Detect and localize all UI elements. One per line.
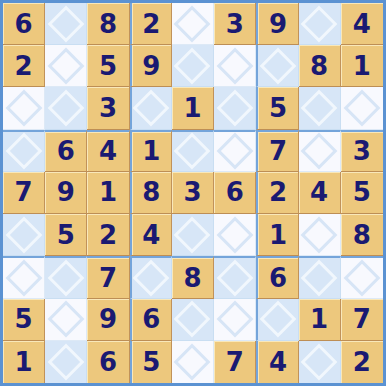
cell-r3c7: 5 [256,87,298,129]
diamond-icon [174,216,211,253]
cell-r6c4: 4 [130,214,172,256]
cell-r1c8[interactable] [299,3,341,45]
diamond-icon [216,133,253,170]
cell-r1c6: 3 [214,3,256,45]
cell-r5c8: 4 [299,172,341,214]
cell-r5c3: 1 [87,172,129,214]
cell-r6c6[interactable] [214,214,256,256]
cell-r7c9[interactable] [341,256,383,298]
diamond-icon [260,301,297,338]
cell-r8c9: 7 [341,299,383,341]
cell-r8c7[interactable] [256,299,298,341]
cell-r3c1[interactable] [3,87,45,129]
cell-r2c9: 1 [341,45,383,87]
diamond-icon [174,343,211,380]
cell-r1c1: 6 [3,3,45,45]
cell-r6c7: 1 [256,214,298,256]
cell-r4c3: 4 [87,130,129,172]
cell-r6c2: 5 [45,214,87,256]
cell-r8c4: 6 [130,299,172,341]
diamond-icon [301,216,338,253]
cell-r6c8[interactable] [299,214,341,256]
cell-r2c3: 5 [87,45,129,87]
cell-r3c3: 3 [87,87,129,129]
diamond-icon [47,260,84,297]
diamond-icon [260,47,297,84]
cell-r1c2[interactable] [45,3,87,45]
cell-r3c2[interactable] [45,87,87,129]
cell-r2c7[interactable] [256,45,298,87]
diamond-icon [343,90,380,127]
diamond-icon [174,47,211,84]
cell-r9c8[interactable] [299,341,341,383]
cell-r6c9: 8 [341,214,383,256]
cell-r3c9[interactable] [341,87,383,129]
diamond-icon [47,5,84,42]
cell-r8c2[interactable] [45,299,87,341]
diamond-icon [5,260,42,297]
cell-r8c6[interactable] [214,299,256,341]
cell-r4c9: 3 [341,130,383,172]
diamond-icon [5,133,42,170]
cell-r2c2[interactable] [45,45,87,87]
cell-r7c2[interactable] [45,256,87,298]
diamond-icon [47,343,84,380]
diamond-icon [47,90,84,127]
cell-r1c5[interactable] [172,3,214,45]
cell-r2c1: 2 [3,45,45,87]
diamond-icon [47,47,84,84]
cell-r5c2: 9 [45,172,87,214]
sudoku-grid: 6823942598131564173791836245524187865961… [3,3,383,383]
cell-r7c6[interactable] [214,256,256,298]
cell-r4c7: 7 [256,130,298,172]
cell-r8c1: 5 [3,299,45,341]
cell-r4c2: 6 [45,130,87,172]
diamond-icon [216,90,253,127]
cell-r3c5: 1 [172,87,214,129]
cell-r9c2[interactable] [45,341,87,383]
cell-r6c1[interactable] [3,214,45,256]
cell-r8c5[interactable] [172,299,214,341]
cell-r9c7: 4 [256,341,298,383]
diamond-icon [5,216,42,253]
cell-r9c4: 5 [130,341,172,383]
cell-r4c5[interactable] [172,130,214,172]
cell-r9c5[interactable] [172,341,214,383]
cell-r5c9: 5 [341,172,383,214]
diamond-icon [216,47,253,84]
diamond-icon [301,343,338,380]
cell-r7c7: 6 [256,256,298,298]
cell-r6c5[interactable] [172,214,214,256]
cell-r7c8[interactable] [299,256,341,298]
cell-r9c6: 7 [214,341,256,383]
cell-r9c1: 1 [3,341,45,383]
cell-r1c3: 8 [87,3,129,45]
cell-r7c3: 7 [87,256,129,298]
cell-r2c8: 8 [299,45,341,87]
cell-r5c5: 3 [172,172,214,214]
diamond-icon [216,260,253,297]
cell-r7c4[interactable] [130,256,172,298]
cell-r3c8[interactable] [299,87,341,129]
cell-r4c6[interactable] [214,130,256,172]
diamond-icon [133,90,170,127]
cell-r8c8: 1 [299,299,341,341]
cell-r2c4: 9 [130,45,172,87]
cell-r7c5: 8 [172,256,214,298]
cell-r3c4[interactable] [130,87,172,129]
cell-r9c9: 2 [341,341,383,383]
cell-r5c4: 8 [130,172,172,214]
sudoku-board: 6823942598131564173791836245524187865961… [0,0,386,386]
diamond-icon [5,90,42,127]
cell-r5c7: 2 [256,172,298,214]
cell-r8c3: 9 [87,299,129,341]
cell-r7c1[interactable] [3,256,45,298]
cell-r2c5[interactable] [172,45,214,87]
cell-r4c4: 1 [130,130,172,172]
cell-r2c6[interactable] [214,45,256,87]
cell-r9c3: 6 [87,341,129,383]
cell-r1c9: 4 [341,3,383,45]
diamond-icon [174,5,211,42]
cell-r1c7: 9 [256,3,298,45]
diamond-icon [301,90,338,127]
cell-r6c3: 2 [87,214,129,256]
diamond-icon [343,260,380,297]
diamond-icon [216,216,253,253]
diamond-icon [133,260,170,297]
diamond-icon [301,260,338,297]
cell-r4c1[interactable] [3,130,45,172]
diamond-icon [47,301,84,338]
cell-r5c1: 7 [3,172,45,214]
diamond-icon [174,133,211,170]
diamond-icon [301,5,338,42]
cell-r5c6: 6 [214,172,256,214]
diamond-icon [301,133,338,170]
cell-r3c6[interactable] [214,87,256,129]
cell-r1c4: 2 [130,3,172,45]
diamond-icon [216,301,253,338]
diamond-icon [174,301,211,338]
cell-r4c8[interactable] [299,130,341,172]
